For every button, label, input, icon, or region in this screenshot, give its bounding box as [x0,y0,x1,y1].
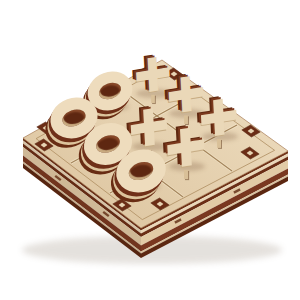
o-ring [110,143,172,200]
piece-peg [184,170,188,179]
piece-peg [217,139,221,148]
wooden-tictactoe-product-photo: ✚✚✚✚✚ [0,0,300,300]
pieces-layer: ✚✚✚✚✚ [0,0,300,300]
x-glyph: ✚ [164,120,209,178]
